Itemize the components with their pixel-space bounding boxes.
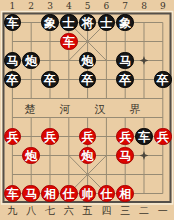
piece-black-cannon[interactable]: 炮: [79, 52, 97, 70]
piece-black-elephant[interactable]: 象: [116, 14, 134, 32]
file-labels-top-label: 6: [104, 1, 110, 11]
piece-red-horse[interactable]: 马: [22, 185, 40, 203]
piece-red-pawn[interactable]: 兵: [154, 128, 172, 146]
piece-black-advisor[interactable]: 士: [60, 14, 78, 32]
piece-red-elephant[interactable]: 相: [41, 185, 59, 203]
file-labels-top-label: 1: [10, 1, 16, 11]
file-labels-top-label: 8: [141, 1, 147, 11]
piece-red-rook[interactable]: 车: [4, 185, 22, 203]
file-labels-bottom-label: 五: [83, 204, 93, 218]
piece-black-pawn[interactable]: 卒: [154, 71, 172, 89]
board-surface[interactable]: 车象士将士象车马炮炮马卒卒卒卒卒兵兵兵兵车兵炮炮马车马相仕帅仕相: [3, 13, 172, 203]
piece-black-horse[interactable]: 马: [116, 52, 134, 70]
piece-red-cannon[interactable]: 炮: [22, 147, 40, 165]
piece-black-horse[interactable]: 马: [4, 52, 22, 70]
file-labels-bottom-label: 六: [64, 204, 74, 218]
piece-red-horse[interactable]: 马: [116, 147, 134, 165]
piece-black-elephant[interactable]: 象: [41, 14, 59, 32]
piece-red-rook[interactable]: 车: [60, 33, 78, 51]
xiangqi-board-screenshot: 123456789 楚河汉界 车象士将士象车马炮炮马卒卒卒卒卒兵兵兵兵车兵炮炮马…: [0, 0, 174, 220]
file-labels-bottom-label: 二: [139, 204, 149, 218]
file-labels-bottom-label: 四: [101, 204, 111, 218]
file-labels-top-label: 9: [160, 1, 166, 11]
file-labels-top-label: 2: [28, 1, 34, 11]
piece-black-advisor[interactable]: 士: [98, 14, 116, 32]
piece-black-cannon[interactable]: 炮: [22, 52, 40, 70]
file-labels-bottom-label: 三: [120, 204, 130, 218]
piece-red-pawn[interactable]: 兵: [4, 128, 22, 146]
file-labels-bottom-label: 九: [7, 204, 17, 218]
piece-black-pawn[interactable]: 卒: [4, 71, 22, 89]
piece-black-pawn[interactable]: 卒: [116, 71, 134, 89]
piece-black-rook[interactable]: 车: [4, 14, 22, 32]
file-labels-bottom-label: 一: [158, 204, 168, 218]
piece-red-elephant[interactable]: 相: [116, 185, 134, 203]
piece-red-pawn[interactable]: 兵: [41, 128, 59, 146]
piece-black-rook[interactable]: 车: [135, 128, 153, 146]
piece-red-advisor[interactable]: 仕: [98, 185, 116, 203]
cannon-point-marker: [139, 56, 148, 65]
file-labels-top-label: 5: [85, 1, 91, 11]
piece-red-pawn[interactable]: 兵: [79, 128, 97, 146]
file-labels-top-label: 4: [66, 1, 72, 11]
file-labels-top-label: 3: [47, 1, 53, 11]
piece-red-pawn[interactable]: 兵: [116, 128, 134, 146]
piece-red-advisor[interactable]: 仕: [60, 185, 78, 203]
file-labels-bottom-label: 七: [45, 204, 55, 218]
piece-black-king[interactable]: 将: [79, 14, 97, 32]
piece-red-cannon[interactable]: 炮: [79, 147, 97, 165]
file-labels-bottom-label: 八: [26, 204, 36, 218]
piece-black-pawn[interactable]: 卒: [41, 71, 59, 89]
piece-black-pawn[interactable]: 卒: [79, 71, 97, 89]
file-labels-top-label: 7: [122, 1, 128, 11]
cannon-point-marker: [139, 151, 148, 160]
piece-red-king[interactable]: 帅: [79, 185, 97, 203]
